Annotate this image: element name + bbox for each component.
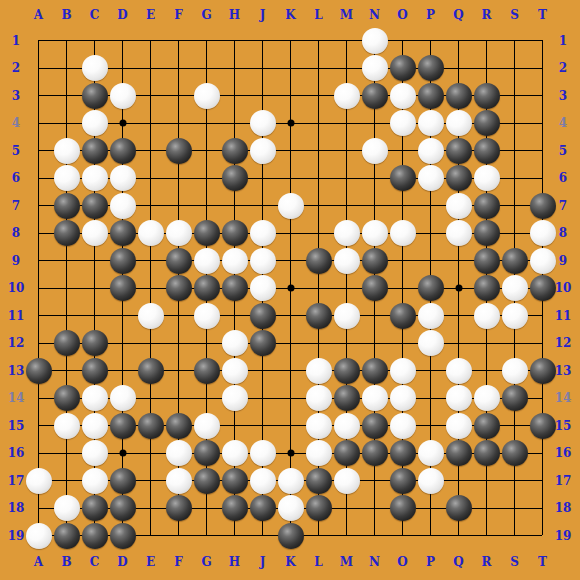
column-label: P [426,555,435,569]
black-stone[interactable] [194,220,220,246]
white-stone[interactable] [222,248,248,274]
row-label: 10 [8,281,25,295]
white-stone[interactable] [82,468,108,494]
white-stone[interactable] [110,385,136,411]
black-stone[interactable] [530,275,556,301]
black-stone[interactable] [166,495,192,521]
white-stone[interactable] [306,385,332,411]
white-stone[interactable] [362,220,388,246]
black-stone[interactable] [54,523,80,549]
black-stone[interactable] [362,440,388,466]
row-label: 3 [12,89,20,103]
white-stone[interactable] [194,303,220,329]
row-label: 18 [555,501,572,515]
row-label: 19 [8,529,25,543]
column-label: Q [453,555,463,569]
star-point [287,120,294,127]
black-stone[interactable] [306,303,332,329]
white-stone[interactable] [82,413,108,439]
black-stone[interactable] [110,248,136,274]
black-stone[interactable] [502,385,528,411]
white-stone[interactable] [418,440,444,466]
white-stone[interactable] [334,303,360,329]
row-label: 10 [555,281,572,295]
column-label: C [90,8,100,22]
black-stone[interactable] [82,138,108,164]
white-stone[interactable] [278,468,304,494]
column-label: S [510,8,519,22]
white-stone[interactable] [362,28,388,54]
white-stone[interactable] [138,220,164,246]
row-label: 8 [12,226,20,240]
white-stone[interactable] [82,385,108,411]
black-stone[interactable] [250,330,276,356]
black-stone[interactable] [446,165,472,191]
white-stone[interactable] [390,385,416,411]
black-stone[interactable] [194,358,220,384]
column-label: S [510,555,519,569]
black-stone[interactable] [54,220,80,246]
black-stone[interactable] [446,138,472,164]
black-stone[interactable] [390,55,416,81]
black-stone[interactable] [474,440,500,466]
black-stone[interactable] [166,413,192,439]
black-stone[interactable] [194,468,220,494]
white-stone[interactable] [362,138,388,164]
black-stone[interactable] [166,248,192,274]
black-stone[interactable] [82,523,108,549]
black-stone[interactable] [502,248,528,274]
black-stone[interactable] [390,440,416,466]
white-stone[interactable] [418,165,444,191]
black-stone[interactable] [418,275,444,301]
column-label: O [397,555,407,569]
row-label: 16 [8,446,25,460]
row-label: 2 [559,61,567,75]
black-stone[interactable] [362,83,388,109]
row-label: 15 [555,419,572,433]
row-label: 6 [12,171,20,185]
column-label: L [314,555,322,569]
white-stone[interactable] [390,220,416,246]
row-label: 2 [12,61,20,75]
black-stone[interactable] [222,165,248,191]
black-stone[interactable] [82,83,108,109]
white-stone[interactable] [194,248,220,274]
black-stone[interactable] [110,138,136,164]
white-stone[interactable] [306,358,332,384]
black-stone[interactable] [82,330,108,356]
white-stone[interactable] [418,330,444,356]
column-label: F [174,8,183,22]
black-stone[interactable] [474,275,500,301]
black-stone[interactable] [502,440,528,466]
white-stone[interactable] [166,440,192,466]
row-label: 12 [8,336,25,350]
white-stone[interactable] [138,303,164,329]
black-stone[interactable] [390,468,416,494]
black-stone[interactable] [418,83,444,109]
white-stone[interactable] [82,440,108,466]
white-stone[interactable] [502,275,528,301]
white-stone[interactable] [446,385,472,411]
white-stone[interactable] [334,83,360,109]
white-stone[interactable] [222,440,248,466]
black-stone[interactable] [530,358,556,384]
column-label: G [201,555,211,569]
column-label: K [285,555,295,569]
black-stone[interactable] [390,495,416,521]
white-stone[interactable] [250,275,276,301]
black-stone[interactable] [446,440,472,466]
white-stone[interactable] [418,138,444,164]
white-stone[interactable] [222,330,248,356]
black-stone[interactable] [362,248,388,274]
row-label: 13 [555,364,572,378]
black-stone[interactable] [138,358,164,384]
white-stone[interactable] [222,385,248,411]
white-stone[interactable] [530,220,556,246]
black-stone[interactable] [334,440,360,466]
black-stone[interactable] [334,385,360,411]
row-label: 5 [559,144,567,158]
white-stone[interactable] [474,303,500,329]
row-label: 1 [559,34,567,48]
column-label: E [146,555,155,569]
black-stone[interactable] [474,413,500,439]
white-stone[interactable] [110,83,136,109]
black-stone[interactable] [250,495,276,521]
white-stone[interactable] [250,468,276,494]
column-label: H [229,8,240,22]
white-stone[interactable] [446,358,472,384]
black-stone[interactable] [474,138,500,164]
white-stone[interactable] [82,55,108,81]
white-stone[interactable] [194,413,220,439]
black-stone[interactable] [110,220,136,246]
white-stone[interactable] [82,110,108,136]
white-stone[interactable] [446,220,472,246]
black-stone[interactable] [54,193,80,219]
star-point [455,285,462,292]
black-stone[interactable] [194,440,220,466]
column-label: D [117,555,127,569]
white-stone[interactable] [26,468,52,494]
black-stone[interactable] [250,303,276,329]
star-point [287,450,294,457]
black-stone[interactable] [306,248,332,274]
white-stone[interactable] [334,413,360,439]
white-stone[interactable] [250,220,276,246]
black-stone[interactable] [418,55,444,81]
black-stone[interactable] [474,110,500,136]
column-label: O [397,8,407,22]
black-stone[interactable] [390,303,416,329]
row-label: 9 [559,254,567,268]
column-label: Q [453,8,463,22]
row-label: 8 [559,226,567,240]
white-stone[interactable] [446,413,472,439]
black-stone[interactable] [362,358,388,384]
black-stone[interactable] [222,138,248,164]
white-stone[interactable] [390,358,416,384]
column-label: M [340,8,353,22]
white-stone[interactable] [418,303,444,329]
row-label: 11 [555,309,572,323]
black-stone[interactable] [110,468,136,494]
white-stone[interactable] [362,385,388,411]
row-label: 15 [8,419,25,433]
row-label: 7 [559,199,567,213]
black-stone[interactable] [54,330,80,356]
star-point [119,450,126,457]
white-stone[interactable] [166,468,192,494]
white-stone[interactable] [362,55,388,81]
row-label: 5 [12,144,20,158]
white-stone[interactable] [222,358,248,384]
column-label: B [61,555,71,569]
white-stone[interactable] [82,220,108,246]
white-stone[interactable] [54,165,80,191]
black-stone[interactable] [474,193,500,219]
white-stone[interactable] [334,468,360,494]
row-label: 9 [12,254,20,268]
white-stone[interactable] [390,413,416,439]
grid-line-horizontal [38,315,542,316]
black-stone[interactable] [306,468,332,494]
white-stone[interactable] [502,303,528,329]
white-stone[interactable] [502,358,528,384]
white-stone[interactable] [166,220,192,246]
column-label: N [369,8,380,22]
column-label: H [229,555,240,569]
go-board: ABCDEFGHJKLMNOPQRST ABCDEFGHJKLMNOPQRST … [0,0,580,580]
black-stone[interactable] [390,165,416,191]
black-stone[interactable] [82,358,108,384]
black-stone[interactable] [222,468,248,494]
black-stone[interactable] [110,413,136,439]
white-stone[interactable] [446,193,472,219]
column-label: A [34,555,43,569]
row-label: 16 [555,446,572,460]
star-point [287,285,294,292]
row-label: 4 [12,116,20,130]
white-stone[interactable] [278,495,304,521]
column-label: C [90,555,100,569]
black-stone[interactable] [278,523,304,549]
column-label: R [482,555,492,569]
white-stone[interactable] [474,165,500,191]
white-stone[interactable] [54,138,80,164]
column-label: F [174,555,183,569]
column-label: T [538,555,547,569]
black-stone[interactable] [362,275,388,301]
column-label: P [426,8,435,22]
black-stone[interactable] [194,275,220,301]
row-label: 7 [12,199,20,213]
row-label: 4 [559,116,567,130]
star-point [119,120,126,127]
column-label: J [260,8,266,22]
black-stone[interactable] [110,523,136,549]
white-stone[interactable] [250,440,276,466]
column-label: T [538,8,547,22]
black-stone[interactable] [222,275,248,301]
row-label: 17 [555,474,572,488]
black-stone[interactable] [110,495,136,521]
white-stone[interactable] [26,523,52,549]
white-stone[interactable] [530,248,556,274]
column-label: G [201,8,211,22]
column-label: K [285,8,295,22]
white-stone[interactable] [250,138,276,164]
black-stone[interactable] [222,495,248,521]
white-stone[interactable] [82,165,108,191]
black-stone[interactable] [446,495,472,521]
black-stone[interactable] [166,138,192,164]
white-stone[interactable] [474,385,500,411]
white-stone[interactable] [194,83,220,109]
column-label: R [482,8,492,22]
black-stone[interactable] [82,495,108,521]
black-stone[interactable] [474,220,500,246]
row-label: 13 [8,364,25,378]
black-stone[interactable] [82,193,108,219]
row-label: 18 [8,501,25,515]
black-stone[interactable] [446,83,472,109]
white-stone[interactable] [306,413,332,439]
black-stone[interactable] [26,358,52,384]
black-stone[interactable] [222,220,248,246]
row-label: 11 [8,309,25,323]
white-stone[interactable] [334,220,360,246]
black-stone[interactable] [530,413,556,439]
black-stone[interactable] [474,248,500,274]
column-label: A [34,8,43,22]
row-label: 17 [8,474,25,488]
black-stone[interactable] [530,193,556,219]
black-stone[interactable] [334,358,360,384]
row-label: 3 [559,89,567,103]
white-stone[interactable] [446,110,472,136]
black-stone[interactable] [54,385,80,411]
white-stone[interactable] [54,413,80,439]
white-stone[interactable] [110,165,136,191]
row-label: 14 [8,391,25,405]
row-label: 19 [555,529,572,543]
column-label: M [340,555,353,569]
column-label: E [146,8,155,22]
white-stone[interactable] [418,468,444,494]
black-stone[interactable] [110,275,136,301]
white-stone[interactable] [54,495,80,521]
column-label: N [369,555,380,569]
black-stone[interactable] [138,413,164,439]
grid-line-horizontal [38,343,542,344]
white-stone[interactable] [418,110,444,136]
column-label: D [117,8,127,22]
white-stone[interactable] [278,193,304,219]
row-label: 1 [12,34,20,48]
white-stone[interactable] [110,193,136,219]
white-stone[interactable] [390,110,416,136]
column-label: J [260,555,266,569]
white-stone[interactable] [390,83,416,109]
column-label: L [314,8,322,22]
row-label: 12 [555,336,572,350]
black-stone[interactable] [306,495,332,521]
black-stone[interactable] [166,275,192,301]
white-stone[interactable] [334,248,360,274]
row-label: 14 [555,391,572,405]
column-label: B [61,8,71,22]
row-label: 6 [559,171,567,185]
white-stone[interactable] [250,248,276,274]
white-stone[interactable] [250,110,276,136]
black-stone[interactable] [474,83,500,109]
black-stone[interactable] [362,413,388,439]
white-stone[interactable] [306,440,332,466]
